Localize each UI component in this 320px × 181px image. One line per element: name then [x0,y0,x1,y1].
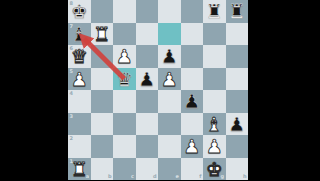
square-c7[interactable] [113,23,136,46]
square-a4[interactable]: 4 [68,90,91,113]
square-e6[interactable]: ♟ [158,45,181,68]
piece-bR-g8[interactable]: ♜ [203,0,226,23]
square-a8[interactable]: 8♚ [68,0,91,23]
square-h3[interactable]: ♟ [226,113,249,136]
square-f8[interactable] [181,0,204,23]
file-label-c: c [131,174,134,179]
square-h7[interactable] [226,23,249,46]
square-h2[interactable] [226,135,249,158]
square-b4[interactable] [91,90,114,113]
rank-label-3: 3 [70,114,73,119]
square-d1[interactable]: d [136,158,159,181]
square-c4[interactable] [113,90,136,113]
square-f6[interactable] [181,45,204,68]
piece-bP-h3[interactable]: ♟ [226,113,249,136]
piece-wP-c6[interactable]: ♟ [113,45,136,68]
square-f4[interactable]: ♟ [181,90,204,113]
rank-label-4: 4 [70,91,73,96]
piece-bP-f4[interactable]: ♟ [181,90,204,113]
piece-wP-g2[interactable]: ♟ [203,135,226,158]
square-a6[interactable]: 6♛ [68,45,91,68]
piece-wP-e5[interactable]: ♟ [158,68,181,91]
file-label-f: f [199,174,201,179]
piece-bB-a7[interactable]: ♝ [68,23,91,46]
square-g5[interactable] [203,68,226,91]
square-e3[interactable] [158,113,181,136]
square-f1[interactable]: f [181,158,204,181]
file-label-b: b [108,174,112,179]
square-b2[interactable] [91,135,114,158]
square-g4[interactable] [203,90,226,113]
square-g6[interactable] [203,45,226,68]
square-b1[interactable]: b [91,158,114,181]
piece-bP-e6[interactable]: ♟ [158,45,181,68]
piece-wB-g3[interactable]: ♝ [203,113,226,136]
piece-bQ-c5[interactable]: ♛ [113,68,136,91]
square-e5[interactable]: ♟ [158,68,181,91]
square-a1[interactable]: 1a♜ [68,158,91,181]
square-a7[interactable]: 7♝ [68,23,91,46]
piece-bR-h8[interactable]: ♜ [226,0,249,23]
piece-wR-a1[interactable]: ♜ [68,158,91,181]
square-f2[interactable]: ♟ [181,135,204,158]
square-d8[interactable] [136,0,159,23]
square-f5[interactable] [181,68,204,91]
square-d7[interactable] [136,23,159,46]
file-label-h: h [243,174,247,179]
square-a3[interactable]: 3 [68,113,91,136]
square-c3[interactable] [113,113,136,136]
square-a2[interactable]: 2 [68,135,91,158]
square-h6[interactable] [226,45,249,68]
square-c8[interactable] [113,0,136,23]
piece-wP-a5[interactable]: ♟ [68,68,91,91]
file-label-d: d [153,174,157,179]
square-f3[interactable] [181,113,204,136]
piece-wR-b7[interactable]: ♜ [91,23,114,46]
square-d4[interactable] [136,90,159,113]
rank-label-2: 2 [70,136,73,141]
square-b3[interactable] [91,113,114,136]
square-b5[interactable] [91,68,114,91]
chess-board[interactable]: 8♚♜♜7♝♜6♛♟♟5♟♛♟♟4♟3♝♟2♟♟1a♜bcdefg♚h [68,0,248,180]
square-h8[interactable]: ♜ [226,0,249,23]
square-g1[interactable]: g♚ [203,158,226,181]
square-e2[interactable] [158,135,181,158]
square-b6[interactable] [91,45,114,68]
piece-bP-d5[interactable]: ♟ [136,68,159,91]
piece-wP-f2[interactable]: ♟ [181,135,204,158]
piece-wK-g1[interactable]: ♚ [203,158,226,181]
square-c5[interactable]: ♛ [113,68,136,91]
square-a5[interactable]: 5♟ [68,68,91,91]
square-e7[interactable] [158,23,181,46]
square-d3[interactable] [136,113,159,136]
square-e1[interactable]: e [158,158,181,181]
square-f7[interactable] [181,23,204,46]
square-c6[interactable]: ♟ [113,45,136,68]
square-g3[interactable]: ♝ [203,113,226,136]
square-h1[interactable]: h [226,158,249,181]
square-e4[interactable] [158,90,181,113]
square-h5[interactable] [226,68,249,91]
square-c2[interactable] [113,135,136,158]
square-b7[interactable]: ♜ [91,23,114,46]
square-d5[interactable]: ♟ [136,68,159,91]
square-e8[interactable] [158,0,181,23]
square-h4[interactable] [226,90,249,113]
square-g7[interactable] [203,23,226,46]
piece-bK-a8[interactable]: ♚ [68,0,91,23]
letterbox-stage: 8♚♜♜7♝♜6♛♟♟5♟♛♟♟4♟3♝♟2♟♟1a♜bcdefg♚h [0,0,320,180]
square-d6[interactable] [136,45,159,68]
file-label-e: e [176,174,179,179]
square-g8[interactable]: ♜ [203,0,226,23]
square-b8[interactable] [91,0,114,23]
piece-wQ-a6[interactable]: ♛ [68,45,91,68]
square-d2[interactable] [136,135,159,158]
square-c1[interactable]: c [113,158,136,181]
square-g2[interactable]: ♟ [203,135,226,158]
